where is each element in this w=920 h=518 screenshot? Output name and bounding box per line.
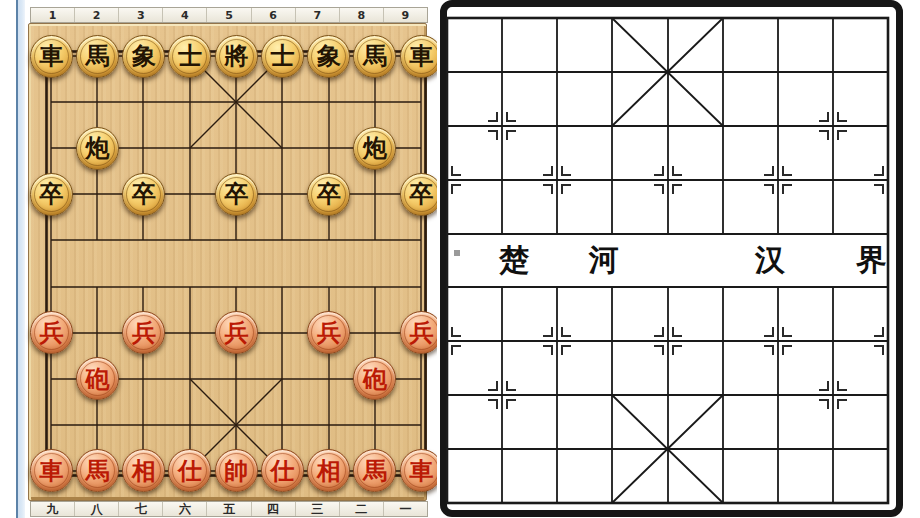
- file-label: 三: [296, 502, 340, 516]
- top-coordinate-strip: 123456789: [30, 7, 428, 23]
- piece-black-soldier[interactable]: 卒: [30, 173, 73, 216]
- file-label: 4: [163, 8, 207, 22]
- file-label: 9: [384, 8, 427, 22]
- river-label-chu-he: 楚 河: [499, 243, 645, 277]
- piece-black-elephant[interactable]: 象: [307, 35, 350, 78]
- river-label-han-jie: 汉 界: [755, 243, 919, 277]
- piece-glyph: 帥: [224, 459, 248, 483]
- piece-glyph: 將: [224, 44, 248, 68]
- piece-glyph: 馬: [363, 459, 387, 483]
- file-label: 6: [252, 8, 296, 22]
- piece-red-soldier[interactable]: 兵: [307, 311, 350, 354]
- piece-black-elephant[interactable]: 象: [122, 35, 165, 78]
- file-label: 2: [75, 8, 119, 22]
- piece-red-soldier[interactable]: 兵: [215, 311, 258, 354]
- file-label: 一: [384, 502, 427, 516]
- piece-glyph: 卒: [39, 182, 63, 206]
- window-edge-strip: [16, 0, 25, 518]
- piece-glyph: 象: [317, 44, 341, 68]
- piece-red-general[interactable]: 帥: [215, 449, 258, 492]
- piece-black-advisor[interactable]: 士: [261, 35, 304, 78]
- diagram-panel: 楚 河 汉 界: [437, 0, 920, 518]
- piece-black-general[interactable]: 將: [215, 35, 258, 78]
- piece-glyph: 仕: [178, 459, 202, 483]
- piece-red-horse[interactable]: 馬: [76, 449, 119, 492]
- piece-glyph: 炮: [363, 136, 387, 160]
- piece-glyph: 馬: [85, 44, 109, 68]
- piece-glyph: 車: [39, 44, 63, 68]
- piece-glyph: 卒: [317, 182, 341, 206]
- piece-red-elephant[interactable]: 相: [307, 449, 350, 492]
- screenshot-root: 123456789 車馬象士將士象馬車炮炮卒卒卒卒卒兵兵兵兵兵砲砲車馬相仕帥仕相…: [0, 0, 920, 518]
- piece-black-soldier[interactable]: 卒: [307, 173, 350, 216]
- piece-glyph: 相: [132, 459, 156, 483]
- piece-red-cannon[interactable]: 砲: [76, 357, 119, 400]
- piece-black-horse[interactable]: 馬: [76, 35, 119, 78]
- artifact-dot: [454, 250, 460, 256]
- piece-glyph: 馬: [85, 459, 109, 483]
- piece-black-horse[interactable]: 馬: [353, 35, 396, 78]
- piece-glyph: 士: [178, 44, 202, 68]
- piece-grid: 車馬象士將士象馬車炮炮卒卒卒卒卒兵兵兵兵兵砲砲車馬相仕帥仕相馬車: [28, 33, 444, 494]
- piece-glyph: 象: [132, 44, 156, 68]
- piece-red-advisor[interactable]: 仕: [261, 449, 304, 492]
- piece-glyph: 車: [409, 459, 433, 483]
- piece-black-chariot[interactable]: 車: [30, 35, 73, 78]
- piece-black-soldier[interactable]: 卒: [215, 173, 258, 216]
- piece-glyph: 兵: [39, 321, 63, 345]
- piece-glyph: 卒: [409, 182, 433, 206]
- piece-red-horse[interactable]: 馬: [353, 449, 396, 492]
- file-label: 7: [296, 8, 340, 22]
- file-label: 七: [119, 502, 163, 516]
- piece-red-cannon[interactable]: 砲: [353, 357, 396, 400]
- piece-glyph: 相: [317, 459, 341, 483]
- piece-red-elephant[interactable]: 相: [122, 449, 165, 492]
- file-label: 九: [31, 502, 75, 516]
- piece-black-advisor[interactable]: 士: [168, 35, 211, 78]
- piece-black-cannon[interactable]: 炮: [353, 127, 396, 170]
- file-label: 5: [207, 8, 251, 22]
- piece-glyph: 仕: [270, 459, 294, 483]
- piece-glyph: 卒: [132, 182, 156, 206]
- piece-red-chariot[interactable]: 車: [30, 449, 73, 492]
- file-label: 四: [252, 502, 296, 516]
- piece-glyph: 兵: [132, 321, 156, 345]
- file-label: 五: [207, 502, 251, 516]
- file-label: 八: [75, 502, 119, 516]
- piece-glyph: 兵: [317, 321, 341, 345]
- piece-black-soldier[interactable]: 卒: [122, 173, 165, 216]
- xiangqi-board[interactable]: 車馬象士將士象馬車炮炮卒卒卒卒卒兵兵兵兵兵砲砲車馬相仕帥仕相馬車: [28, 23, 427, 501]
- piece-red-advisor[interactable]: 仕: [168, 449, 211, 492]
- piece-glyph: 卒: [224, 182, 248, 206]
- piece-glyph: 車: [409, 44, 433, 68]
- piece-glyph: 兵: [224, 321, 248, 345]
- piece-glyph: 馬: [363, 44, 387, 68]
- file-label: 二: [340, 502, 384, 516]
- piece-glyph: 砲: [363, 367, 387, 391]
- file-label: 1: [31, 8, 75, 22]
- piece-black-cannon[interactable]: 炮: [76, 127, 119, 170]
- piece-glyph: 兵: [409, 321, 433, 345]
- piece-glyph: 車: [39, 459, 63, 483]
- bottom-coordinate-strip: 九八七六五四三二一: [30, 501, 428, 517]
- piece-glyph: 炮: [85, 136, 109, 160]
- piece-glyph: 砲: [85, 367, 109, 391]
- piece-glyph: 士: [270, 44, 294, 68]
- file-label: 3: [119, 8, 163, 22]
- file-label: 8: [340, 8, 384, 22]
- file-label: 六: [163, 502, 207, 516]
- piece-red-soldier[interactable]: 兵: [122, 311, 165, 354]
- piece-red-soldier[interactable]: 兵: [30, 311, 73, 354]
